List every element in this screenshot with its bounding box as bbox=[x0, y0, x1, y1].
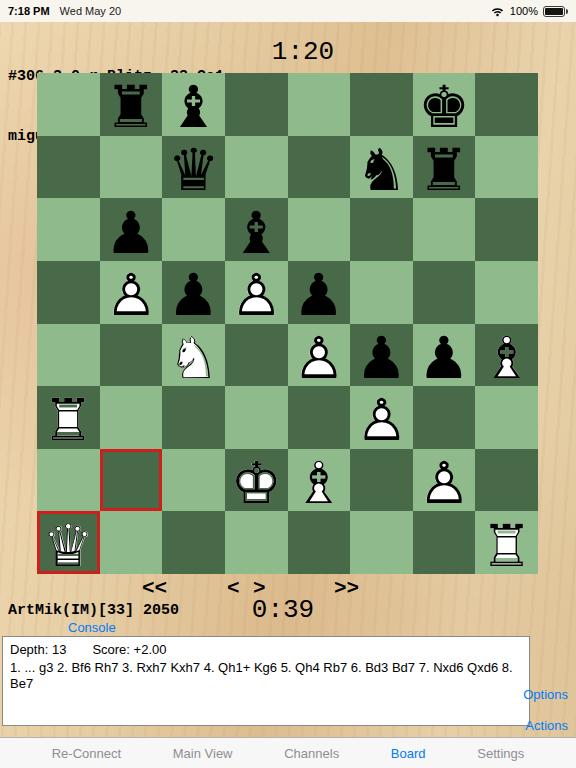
white-pawn-fill: ♟ bbox=[100, 264, 163, 327]
square-c1[interactable] bbox=[162, 511, 225, 574]
white-bishop-piece: ♗ bbox=[475, 327, 538, 390]
tab-bar: Re-ConnectMain ViewChannelsBoardSettings bbox=[0, 737, 576, 768]
square-g4[interactable]: ♟ bbox=[413, 324, 476, 387]
square-f7[interactable]: ♞ bbox=[350, 136, 413, 199]
square-c6[interactable] bbox=[162, 198, 225, 261]
square-d1[interactable] bbox=[225, 511, 288, 574]
square-h8[interactable] bbox=[475, 73, 538, 136]
square-a8[interactable] bbox=[37, 73, 100, 136]
black-rook-piece: ♜ bbox=[413, 139, 476, 202]
status-date: Wed May 20 bbox=[60, 5, 122, 17]
go-to-end-button[interactable]: >> bbox=[334, 578, 359, 599]
square-c7[interactable]: ♛ bbox=[162, 136, 225, 199]
status-bar: 7:18 PM Wed May 20 100% bbox=[0, 0, 576, 22]
black-pawn-piece: ♟ bbox=[350, 327, 413, 390]
square-c8[interactable]: ♝ bbox=[162, 73, 225, 136]
square-f5[interactable] bbox=[350, 261, 413, 324]
square-h7[interactable] bbox=[475, 136, 538, 199]
engine-status-line: Depth: 13 Score: +2.00 bbox=[10, 642, 522, 658]
white-knight-fill: ♞ bbox=[162, 327, 225, 390]
square-d2[interactable]: ♚♔ bbox=[225, 449, 288, 512]
square-e1[interactable] bbox=[288, 511, 351, 574]
square-d7[interactable] bbox=[225, 136, 288, 199]
square-a3[interactable]: ♜♖ bbox=[37, 386, 100, 449]
square-f2[interactable] bbox=[350, 449, 413, 512]
square-c2[interactable] bbox=[162, 449, 225, 512]
square-e4[interactable]: ♟♙ bbox=[288, 324, 351, 387]
previous-move-button[interactable]: < bbox=[227, 578, 240, 599]
engine-analysis-line: 1. ... g3 2. Bf6 Rh7 3. Rxh7 Kxh7 4. Qh1… bbox=[10, 660, 522, 692]
tab-settings[interactable]: Settings bbox=[477, 746, 524, 761]
wifi-icon bbox=[490, 6, 505, 17]
white-pawn-fill: ♟ bbox=[413, 452, 476, 515]
square-c5[interactable]: ♟ bbox=[162, 261, 225, 324]
square-c4[interactable]: ♞♘ bbox=[162, 324, 225, 387]
square-b2[interactable] bbox=[100, 449, 163, 512]
black-pawn-piece: ♟ bbox=[413, 327, 476, 390]
white-pawn-piece: ♙ bbox=[288, 327, 351, 390]
square-e8[interactable] bbox=[288, 73, 351, 136]
options-link[interactable]: Options bbox=[523, 687, 568, 702]
status-right: 100% bbox=[490, 5, 568, 17]
square-g5[interactable] bbox=[413, 261, 476, 324]
black-queen-piece: ♛ bbox=[162, 139, 225, 202]
white-rook-piece: ♖ bbox=[475, 514, 538, 577]
engine-console[interactable]: Depth: 13 Score: +2.00 1. ... g3 2. Bf6 … bbox=[2, 636, 530, 726]
tab-channels[interactable]: Channels bbox=[284, 746, 339, 761]
top-player-clock: 1:20 bbox=[243, 39, 363, 65]
white-queen-piece: ♕ bbox=[37, 514, 100, 577]
white-knight-piece: ♘ bbox=[162, 327, 225, 390]
square-f1[interactable] bbox=[350, 511, 413, 574]
square-e2[interactable]: ♝♗ bbox=[288, 449, 351, 512]
tab-main-view[interactable]: Main View bbox=[173, 746, 233, 761]
square-h6[interactable] bbox=[475, 198, 538, 261]
white-pawn-fill: ♟ bbox=[288, 327, 351, 390]
actions-link[interactable]: Actions bbox=[525, 718, 568, 733]
square-g7[interactable]: ♜ bbox=[413, 136, 476, 199]
square-a5[interactable] bbox=[37, 261, 100, 324]
white-bishop-fill: ♝ bbox=[475, 327, 538, 390]
black-king-piece: ♚ bbox=[413, 76, 476, 139]
status-left: 7:18 PM Wed May 20 bbox=[8, 5, 121, 17]
black-pawn-piece: ♟ bbox=[288, 264, 351, 327]
square-d3[interactable] bbox=[225, 386, 288, 449]
white-pawn-piece: ♙ bbox=[100, 264, 163, 327]
tab-board[interactable]: Board bbox=[391, 746, 426, 761]
white-bishop-fill: ♝ bbox=[288, 452, 351, 515]
bottom-player-clock: 0:39 bbox=[223, 597, 343, 623]
square-e5[interactable]: ♟ bbox=[288, 261, 351, 324]
square-f4[interactable]: ♟ bbox=[350, 324, 413, 387]
square-g8[interactable]: ♚ bbox=[413, 73, 476, 136]
white-queen-fill: ♛ bbox=[37, 514, 100, 577]
white-pawn-fill: ♟ bbox=[225, 264, 288, 327]
white-rook-fill: ♜ bbox=[475, 514, 538, 577]
square-h2[interactable] bbox=[475, 449, 538, 512]
square-h1[interactable]: ♜♖ bbox=[475, 511, 538, 574]
square-h3[interactable] bbox=[475, 386, 538, 449]
black-pawn-piece: ♟ bbox=[100, 201, 163, 264]
console-link[interactable]: Console bbox=[68, 620, 116, 635]
square-b7[interactable] bbox=[100, 136, 163, 199]
square-f8[interactable] bbox=[350, 73, 413, 136]
square-d6[interactable]: ♝ bbox=[225, 198, 288, 261]
black-bishop-piece: ♝ bbox=[225, 201, 288, 264]
white-pawn-piece: ♙ bbox=[350, 389, 413, 452]
square-b8[interactable]: ♜ bbox=[100, 73, 163, 136]
bottom-player-name: ArtMik(IM)[33] 2050 bbox=[8, 602, 179, 619]
square-g2[interactable]: ♟♙ bbox=[413, 449, 476, 512]
square-g6[interactable] bbox=[413, 198, 476, 261]
square-b5[interactable]: ♟♙ bbox=[100, 261, 163, 324]
square-a4[interactable] bbox=[37, 324, 100, 387]
white-bishop-piece: ♗ bbox=[288, 452, 351, 515]
square-a6[interactable] bbox=[37, 198, 100, 261]
battery-icon bbox=[543, 6, 565, 17]
square-g3[interactable] bbox=[413, 386, 476, 449]
black-pawn-piece: ♟ bbox=[162, 264, 225, 327]
square-a2[interactable] bbox=[37, 449, 100, 512]
go-to-start-button[interactable]: << bbox=[142, 578, 167, 599]
square-c3[interactable] bbox=[162, 386, 225, 449]
square-h5[interactable] bbox=[475, 261, 538, 324]
square-g1[interactable] bbox=[413, 511, 476, 574]
engine-score: Score: +2.00 bbox=[92, 642, 166, 658]
white-pawn-piece: ♙ bbox=[413, 452, 476, 515]
square-a1[interactable]: ♛♕ bbox=[37, 511, 100, 574]
square-e3[interactable] bbox=[288, 386, 351, 449]
white-pawn-fill: ♟ bbox=[350, 389, 413, 452]
status-time: 7:18 PM bbox=[8, 5, 50, 17]
white-pawn-piece: ♙ bbox=[225, 264, 288, 327]
engine-depth: Depth: 13 bbox=[10, 642, 66, 658]
square-e6[interactable] bbox=[288, 198, 351, 261]
white-rook-fill: ♜ bbox=[37, 389, 100, 452]
tab-re-connect[interactable]: Re-Connect bbox=[52, 746, 121, 761]
black-bishop-piece: ♝ bbox=[162, 76, 225, 139]
square-f3[interactable]: ♟♙ bbox=[350, 386, 413, 449]
white-king-fill: ♚ bbox=[225, 452, 288, 515]
white-king-piece: ♔ bbox=[225, 452, 288, 515]
square-b3[interactable] bbox=[100, 386, 163, 449]
square-b6[interactable]: ♟ bbox=[100, 198, 163, 261]
black-rook-piece: ♜ bbox=[100, 76, 163, 139]
black-knight-piece: ♞ bbox=[350, 139, 413, 202]
square-h4[interactable]: ♝♗ bbox=[475, 324, 538, 387]
square-f6[interactable] bbox=[350, 198, 413, 261]
square-e7[interactable] bbox=[288, 136, 351, 199]
square-b4[interactable] bbox=[100, 324, 163, 387]
chess-board[interactable]: ♜♝♚♛♞♜♟♝♟♙♟♟♙♟♞♘♟♙♟♟♝♗♜♖♟♙♚♔♝♗♟♙♛♕♜♖ bbox=[37, 73, 538, 574]
square-d8[interactable] bbox=[225, 73, 288, 136]
battery-percent: 100% bbox=[510, 5, 538, 17]
white-rook-piece: ♖ bbox=[37, 389, 100, 452]
square-d5[interactable]: ♟♙ bbox=[225, 261, 288, 324]
square-b1[interactable] bbox=[100, 511, 163, 574]
square-d4[interactable] bbox=[225, 324, 288, 387]
square-a7[interactable] bbox=[37, 136, 100, 199]
